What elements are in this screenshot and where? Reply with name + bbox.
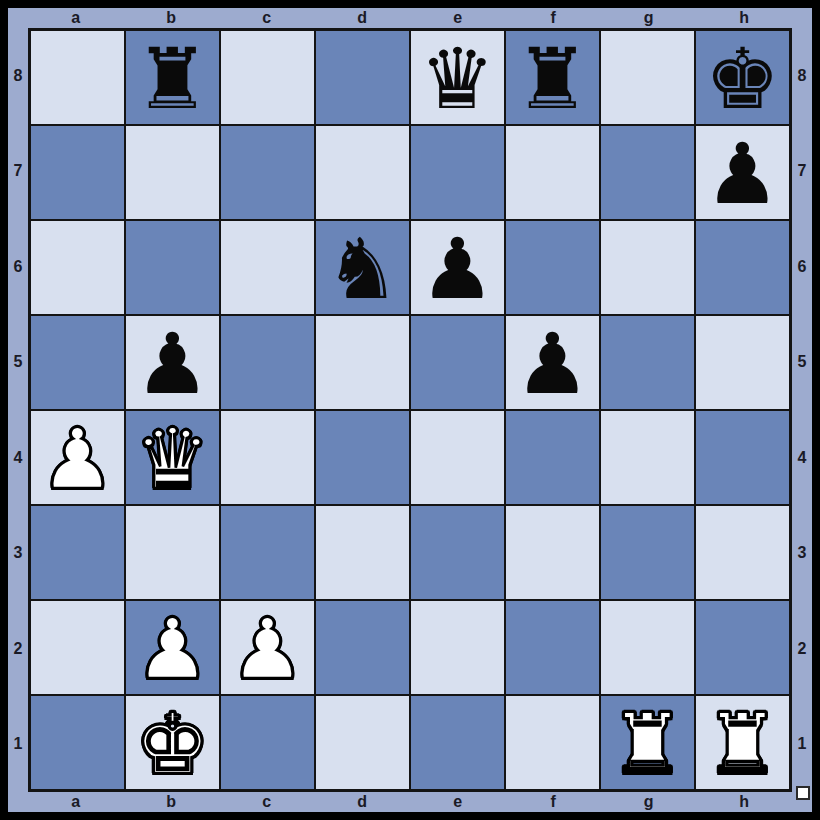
square-c7[interactable] <box>221 126 314 219</box>
rank-label-4: 4 <box>792 410 812 506</box>
square-c5[interactable] <box>221 316 314 409</box>
square-b2[interactable]: ♟ <box>126 601 219 694</box>
square-c1[interactable] <box>221 696 314 789</box>
rank-label-5: 5 <box>792 315 812 411</box>
square-e4[interactable] <box>411 411 504 504</box>
file-labels-top: abcdefgh <box>28 8 792 28</box>
square-g6[interactable] <box>601 221 694 314</box>
square-b5[interactable]: ♟ <box>126 316 219 409</box>
square-d5[interactable] <box>316 316 409 409</box>
file-label-e: e <box>410 792 506 812</box>
square-f6[interactable] <box>506 221 599 314</box>
rank-label-3: 3 <box>8 506 28 602</box>
square-f4[interactable] <box>506 411 599 504</box>
square-a5[interactable] <box>31 316 124 409</box>
square-h4[interactable] <box>696 411 789 504</box>
square-a8[interactable] <box>31 31 124 124</box>
square-d8[interactable] <box>316 31 409 124</box>
piece-white-king-b1[interactable]: ♚ <box>135 702 210 786</box>
square-h1[interactable]: ♜ <box>696 696 789 789</box>
square-a2[interactable] <box>31 601 124 694</box>
square-h2[interactable] <box>696 601 789 694</box>
rank-labels-right: 87654321 <box>792 28 812 792</box>
square-e8[interactable]: ♛ <box>411 31 504 124</box>
rank-label-1: 1 <box>792 697 812 793</box>
piece-black-pawn-h7[interactable]: ♟ <box>705 132 780 216</box>
rank-label-7: 7 <box>8 124 28 220</box>
file-label-h: h <box>697 792 793 812</box>
rank-label-8: 8 <box>8 28 28 124</box>
square-d1[interactable] <box>316 696 409 789</box>
square-d6[interactable]: ♞ <box>316 221 409 314</box>
piece-white-pawn-b2[interactable]: ♟ <box>135 607 210 691</box>
square-d7[interactable] <box>316 126 409 219</box>
square-g4[interactable] <box>601 411 694 504</box>
square-c8[interactable] <box>221 31 314 124</box>
rank-label-6: 6 <box>792 219 812 315</box>
rank-label-8: 8 <box>792 28 812 124</box>
rank-label-2: 2 <box>8 601 28 697</box>
square-e5[interactable] <box>411 316 504 409</box>
square-g3[interactable] <box>601 506 694 599</box>
square-a7[interactable] <box>31 126 124 219</box>
piece-black-queen-e8[interactable]: ♛ <box>420 37 495 121</box>
file-label-g: g <box>601 8 697 28</box>
piece-white-pawn-a4[interactable]: ♟ <box>40 417 115 501</box>
rank-labels-left: 87654321 <box>8 28 28 792</box>
square-f5[interactable]: ♟ <box>506 316 599 409</box>
board-frame: abcdefgh abcdefgh 87654321 87654321 ♜♛♜♚… <box>0 0 820 820</box>
square-f7[interactable] <box>506 126 599 219</box>
square-g7[interactable] <box>601 126 694 219</box>
piece-white-rook-h1[interactable]: ♜ <box>705 702 780 786</box>
square-h7[interactable]: ♟ <box>696 126 789 219</box>
file-label-b: b <box>124 8 220 28</box>
file-label-a: a <box>28 8 124 28</box>
square-c6[interactable] <box>221 221 314 314</box>
file-label-b: b <box>124 792 220 812</box>
square-a3[interactable] <box>31 506 124 599</box>
file-label-f: f <box>506 8 602 28</box>
file-label-g: g <box>601 792 697 812</box>
square-a6[interactable] <box>31 221 124 314</box>
file-label-h: h <box>697 8 793 28</box>
square-b3[interactable] <box>126 506 219 599</box>
chess-board: ♜♛♜♚♟♞♟♟♟♟♛♟♟♚♜♜ <box>28 28 792 792</box>
square-f1[interactable] <box>506 696 599 789</box>
square-e2[interactable] <box>411 601 504 694</box>
file-label-e: e <box>410 8 506 28</box>
piece-black-pawn-f5[interactable]: ♟ <box>515 322 590 406</box>
square-f8[interactable]: ♜ <box>506 31 599 124</box>
square-g1[interactable]: ♜ <box>601 696 694 789</box>
file-label-d: d <box>315 8 411 28</box>
rank-label-7: 7 <box>792 124 812 220</box>
square-a4[interactable]: ♟ <box>31 411 124 504</box>
square-g8[interactable] <box>601 31 694 124</box>
square-e1[interactable] <box>411 696 504 789</box>
square-h3[interactable] <box>696 506 789 599</box>
piece-black-rook-b8[interactable]: ♜ <box>135 37 210 121</box>
rank-label-2: 2 <box>792 601 812 697</box>
piece-black-rook-f8[interactable]: ♜ <box>515 37 590 121</box>
file-label-a: a <box>28 792 124 812</box>
square-d3[interactable] <box>316 506 409 599</box>
square-d2[interactable] <box>316 601 409 694</box>
square-f2[interactable] <box>506 601 599 694</box>
piece-white-queen-b4[interactable]: ♛ <box>135 417 210 501</box>
file-labels-bottom: abcdefgh <box>28 792 792 812</box>
square-b1[interactable]: ♚ <box>126 696 219 789</box>
square-e7[interactable] <box>411 126 504 219</box>
square-h5[interactable] <box>696 316 789 409</box>
square-e3[interactable] <box>411 506 504 599</box>
square-g2[interactable] <box>601 601 694 694</box>
file-label-f: f <box>506 792 602 812</box>
square-e6[interactable]: ♟ <box>411 221 504 314</box>
square-g5[interactable] <box>601 316 694 409</box>
rank-label-4: 4 <box>8 410 28 506</box>
rank-label-3: 3 <box>792 506 812 602</box>
piece-white-pawn-c2[interactable]: ♟ <box>230 607 305 691</box>
square-h8[interactable]: ♚ <box>696 31 789 124</box>
square-b4[interactable]: ♛ <box>126 411 219 504</box>
piece-white-rook-g1[interactable]: ♜ <box>610 702 685 786</box>
square-c2[interactable]: ♟ <box>221 601 314 694</box>
rank-label-5: 5 <box>8 315 28 411</box>
piece-black-pawn-b5[interactable]: ♟ <box>135 322 210 406</box>
square-h6[interactable] <box>696 221 789 314</box>
square-d4[interactable] <box>316 411 409 504</box>
file-label-c: c <box>219 792 315 812</box>
piece-black-pawn-e6[interactable]: ♟ <box>420 227 495 311</box>
square-b6[interactable] <box>126 221 219 314</box>
rank-label-6: 6 <box>8 219 28 315</box>
square-f3[interactable] <box>506 506 599 599</box>
piece-black-king-h8[interactable]: ♚ <box>705 37 780 121</box>
square-a1[interactable] <box>31 696 124 789</box>
square-c3[interactable] <box>221 506 314 599</box>
board-margin: abcdefgh abcdefgh 87654321 87654321 ♜♛♜♚… <box>8 8 812 812</box>
turn-indicator-white-to-move <box>796 786 810 800</box>
square-b7[interactable] <box>126 126 219 219</box>
square-b8[interactable]: ♜ <box>126 31 219 124</box>
rank-label-1: 1 <box>8 697 28 793</box>
square-c4[interactable] <box>221 411 314 504</box>
file-label-c: c <box>219 8 315 28</box>
file-label-d: d <box>315 792 411 812</box>
piece-black-knight-d6[interactable]: ♞ <box>325 227 400 311</box>
